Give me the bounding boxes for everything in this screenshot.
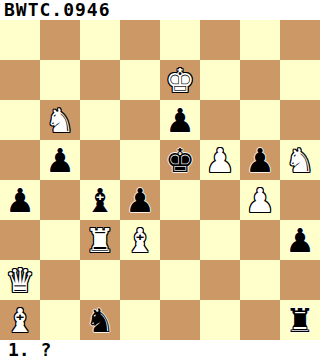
square-h7[interactable]: [280, 60, 320, 100]
square-f7[interactable]: [200, 60, 240, 100]
square-c5[interactable]: [80, 140, 120, 180]
square-f6[interactable]: [200, 100, 240, 140]
black-pawn-piece[interactable]: ♟: [240, 140, 280, 180]
square-d3[interactable]: ♝: [120, 220, 160, 260]
square-b2[interactable]: [40, 260, 80, 300]
square-d1[interactable]: [120, 300, 160, 340]
black-pawn-piece[interactable]: ♟: [120, 180, 160, 220]
white-rook-piece[interactable]: ♜: [80, 220, 120, 260]
square-h3[interactable]: ♟: [280, 220, 320, 260]
square-c8[interactable]: [80, 20, 120, 60]
square-b5[interactable]: ♟: [40, 140, 80, 180]
square-g4[interactable]: ♟: [240, 180, 280, 220]
square-h6[interactable]: [280, 100, 320, 140]
square-e3[interactable]: [160, 220, 200, 260]
white-bishop-piece[interactable]: ♝: [0, 300, 40, 340]
square-b1[interactable]: [40, 300, 80, 340]
square-a7[interactable]: [0, 60, 40, 100]
square-c3[interactable]: ♜: [80, 220, 120, 260]
square-c2[interactable]: [80, 260, 120, 300]
white-knight-piece[interactable]: ♞: [280, 140, 320, 180]
square-b8[interactable]: [40, 20, 80, 60]
square-a1[interactable]: ♝: [0, 300, 40, 340]
move-prompt: 1. ?: [0, 340, 320, 360]
square-d8[interactable]: [120, 20, 160, 60]
black-pawn-piece[interactable]: ♟: [160, 100, 200, 140]
square-b4[interactable]: [40, 180, 80, 220]
square-c1[interactable]: ♞: [80, 300, 120, 340]
square-f8[interactable]: [200, 20, 240, 60]
square-g1[interactable]: [240, 300, 280, 340]
black-pawn-piece[interactable]: ♟: [280, 220, 320, 260]
black-knight-piece[interactable]: ♞: [80, 300, 120, 340]
white-king-piece[interactable]: ♚: [160, 60, 200, 100]
square-g3[interactable]: [240, 220, 280, 260]
square-e7[interactable]: ♚: [160, 60, 200, 100]
square-h8[interactable]: [280, 20, 320, 60]
black-king-piece[interactable]: ♚: [160, 140, 200, 180]
black-pawn-piece[interactable]: ♟: [0, 180, 40, 220]
square-g7[interactable]: [240, 60, 280, 100]
white-bishop-piece[interactable]: ♝: [120, 220, 160, 260]
square-f4[interactable]: [200, 180, 240, 220]
square-f2[interactable]: [200, 260, 240, 300]
square-a6[interactable]: [0, 100, 40, 140]
square-d4[interactable]: ♟: [120, 180, 160, 220]
square-h4[interactable]: [280, 180, 320, 220]
square-h5[interactable]: ♞: [280, 140, 320, 180]
square-g6[interactable]: [240, 100, 280, 140]
square-d6[interactable]: [120, 100, 160, 140]
square-a8[interactable]: [0, 20, 40, 60]
square-c6[interactable]: [80, 100, 120, 140]
square-a2[interactable]: ♛: [0, 260, 40, 300]
square-g8[interactable]: [240, 20, 280, 60]
black-bishop-piece[interactable]: ♝: [80, 180, 120, 220]
white-pawn-piece[interactable]: ♟: [200, 140, 240, 180]
square-e5[interactable]: ♚: [160, 140, 200, 180]
square-e1[interactable]: [160, 300, 200, 340]
square-b3[interactable]: [40, 220, 80, 260]
square-e8[interactable]: [160, 20, 200, 60]
square-e2[interactable]: [160, 260, 200, 300]
white-queen-piece[interactable]: ♛: [0, 260, 40, 300]
square-a5[interactable]: [0, 140, 40, 180]
square-f1[interactable]: [200, 300, 240, 340]
square-d7[interactable]: [120, 60, 160, 100]
square-h2[interactable]: [280, 260, 320, 300]
square-e4[interactable]: [160, 180, 200, 220]
square-a4[interactable]: ♟: [0, 180, 40, 220]
square-c4[interactable]: ♝: [80, 180, 120, 220]
square-d2[interactable]: [120, 260, 160, 300]
diagram-title: BWTC.0946: [0, 0, 320, 20]
white-knight-piece[interactable]: ♞: [40, 100, 80, 140]
square-f5[interactable]: ♟: [200, 140, 240, 180]
square-g2[interactable]: [240, 260, 280, 300]
square-b6[interactable]: ♞: [40, 100, 80, 140]
black-rook-piece[interactable]: ♜: [280, 300, 320, 340]
square-e6[interactable]: ♟: [160, 100, 200, 140]
square-d5[interactable]: [120, 140, 160, 180]
square-h1[interactable]: ♜: [280, 300, 320, 340]
square-g5[interactable]: ♟: [240, 140, 280, 180]
white-pawn-piece[interactable]: ♟: [240, 180, 280, 220]
square-a3[interactable]: [0, 220, 40, 260]
square-c7[interactable]: [80, 60, 120, 100]
chess-board: ♚♞♟♟♚♟♟♞♟♝♟♟♜♝♟♛♝♞♜: [0, 20, 320, 340]
square-f3[interactable]: [200, 220, 240, 260]
black-pawn-piece[interactable]: ♟: [40, 140, 80, 180]
square-b7[interactable]: [40, 60, 80, 100]
